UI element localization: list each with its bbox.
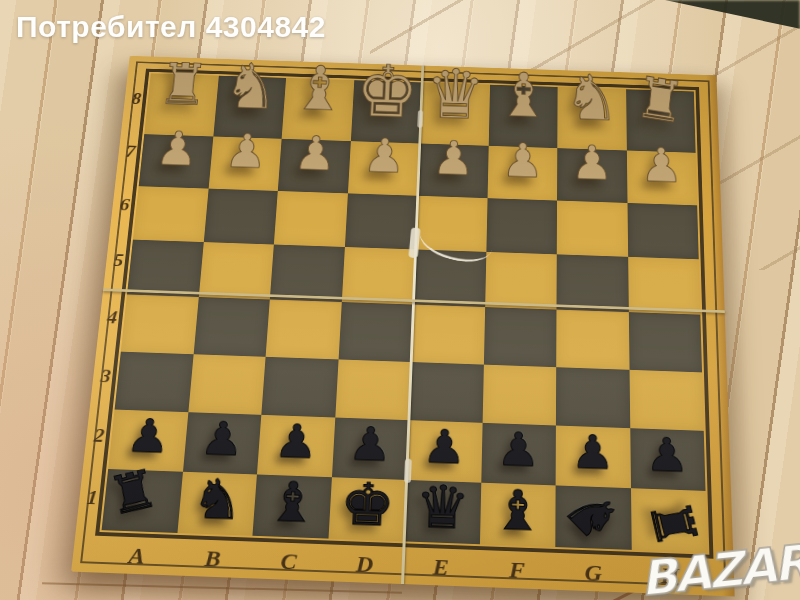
piece-white-rook: ♜ bbox=[632, 69, 687, 133]
floor-plank-seam bbox=[42, 582, 402, 593]
square-b2: ♟ bbox=[183, 412, 262, 474]
square-a4 bbox=[121, 295, 198, 354]
piece-white-king: ♚ bbox=[354, 55, 420, 128]
square-h2: ♟ bbox=[630, 428, 706, 491]
square-b7: ♟ bbox=[208, 136, 281, 191]
file-label-a: A bbox=[97, 536, 176, 576]
square-c8: ♝ bbox=[282, 78, 354, 141]
square-a1: ♜ bbox=[102, 469, 183, 533]
watermark-user-label: Потребител 4304842 bbox=[16, 10, 326, 44]
square-g8: ♞ bbox=[557, 87, 626, 150]
square-d2: ♟ bbox=[331, 417, 408, 480]
piece-white-rook: ♜ bbox=[156, 56, 211, 114]
square-a6 bbox=[133, 186, 208, 242]
square-g1: ♞ bbox=[555, 485, 631, 550]
square-e1: ♛ bbox=[404, 480, 481, 544]
square-e2: ♟ bbox=[406, 420, 482, 483]
square-c1: ♝ bbox=[252, 474, 331, 538]
square-b8: ♞ bbox=[213, 76, 286, 139]
square-d6 bbox=[344, 193, 417, 249]
file-label-d: D bbox=[326, 544, 404, 584]
photo-scene: 87654321 ABCDEFGH ♜♞♝♚♛♝♞♜♟♟♟♟♟♟♟♟♟♟♟♟♟♟… bbox=[0, 0, 800, 600]
piece-black-knight: ♞ bbox=[555, 479, 632, 553]
square-g5 bbox=[556, 255, 628, 313]
piece-black-pawn: ♟ bbox=[496, 426, 540, 474]
piece-black-knight: ♞ bbox=[190, 472, 245, 528]
square-c4 bbox=[266, 300, 342, 359]
square-f3 bbox=[482, 364, 556, 425]
square-e8: ♛ bbox=[419, 82, 489, 145]
square-g2: ♟ bbox=[556, 425, 631, 488]
square-f5 bbox=[485, 252, 557, 310]
square-d5 bbox=[341, 247, 415, 305]
square-a2: ♟ bbox=[108, 409, 188, 471]
square-c7: ♟ bbox=[278, 139, 351, 194]
piece-black-pawn: ♟ bbox=[571, 429, 615, 477]
square-a3 bbox=[115, 351, 194, 412]
piece-black-rook: ♜ bbox=[104, 462, 162, 524]
square-g6 bbox=[557, 201, 628, 257]
piece-black-pawn: ♟ bbox=[422, 424, 467, 472]
square-d1: ♚ bbox=[328, 477, 406, 541]
piece-black-bishop: ♝ bbox=[492, 483, 544, 540]
square-f2: ♟ bbox=[481, 423, 556, 486]
square-b6 bbox=[203, 189, 277, 245]
piece-white-bishop: ♝ bbox=[496, 65, 550, 127]
piece-white-bishop: ♝ bbox=[291, 58, 347, 120]
square-h3 bbox=[629, 369, 704, 430]
file-label-f: F bbox=[478, 550, 555, 590]
piece-black-queen: ♛ bbox=[414, 478, 470, 539]
square-f4 bbox=[483, 307, 556, 366]
square-b3 bbox=[188, 354, 266, 415]
square-b5 bbox=[198, 242, 274, 300]
square-f8: ♝ bbox=[488, 85, 557, 148]
piece-black-pawn: ♟ bbox=[199, 416, 246, 463]
square-c3 bbox=[261, 356, 338, 417]
file-label-g: G bbox=[555, 553, 632, 593]
piece-black-bishop: ♝ bbox=[265, 474, 320, 531]
file-label-e: E bbox=[402, 547, 479, 587]
piece-white-queen: ♛ bbox=[425, 59, 486, 129]
square-g3 bbox=[556, 367, 630, 428]
square-d8: ♚ bbox=[350, 80, 421, 143]
piece-black-pawn: ♟ bbox=[645, 432, 690, 480]
square-g7: ♟ bbox=[557, 148, 627, 203]
tear-mark bbox=[404, 459, 412, 483]
square-e3 bbox=[408, 362, 483, 423]
piece-black-pawn: ♟ bbox=[125, 413, 173, 460]
square-f7: ♟ bbox=[487, 146, 557, 201]
square-f1: ♝ bbox=[479, 483, 555, 548]
tear-mark bbox=[417, 110, 423, 127]
square-d3 bbox=[335, 359, 411, 420]
square-h7: ♟ bbox=[626, 150, 697, 205]
square-b1: ♞ bbox=[177, 472, 257, 536]
piece-white-knight: ♞ bbox=[222, 55, 281, 119]
square-h8: ♜ bbox=[626, 89, 696, 153]
square-d7: ♟ bbox=[347, 141, 419, 196]
square-h1: ♜ bbox=[631, 488, 708, 553]
piece-black-king: ♚ bbox=[339, 475, 396, 536]
square-h6 bbox=[627, 203, 699, 259]
file-label-c: C bbox=[249, 542, 327, 582]
square-c2: ♟ bbox=[257, 415, 335, 477]
square-h4 bbox=[628, 312, 702, 372]
square-f6 bbox=[486, 198, 557, 254]
square-e7: ♟ bbox=[417, 143, 488, 198]
piece-black-pawn: ♟ bbox=[273, 418, 319, 465]
chess-board: 87654321 ABCDEFGH ♜♞♝♚♛♝♞♜♟♟♟♟♟♟♟♟♟♟♟♟♟♟… bbox=[71, 56, 735, 597]
piece-white-knight: ♞ bbox=[564, 66, 619, 130]
square-e4 bbox=[411, 305, 485, 364]
square-c5 bbox=[270, 245, 345, 303]
square-a7: ♟ bbox=[139, 134, 213, 189]
file-label-b: B bbox=[173, 539, 252, 579]
square-c6 bbox=[274, 191, 348, 247]
square-g4 bbox=[556, 310, 629, 369]
square-b4 bbox=[193, 297, 270, 356]
square-a8: ♜ bbox=[144, 73, 218, 136]
square-a5 bbox=[127, 240, 203, 297]
piece-black-pawn: ♟ bbox=[347, 421, 393, 468]
square-d4 bbox=[338, 302, 413, 361]
